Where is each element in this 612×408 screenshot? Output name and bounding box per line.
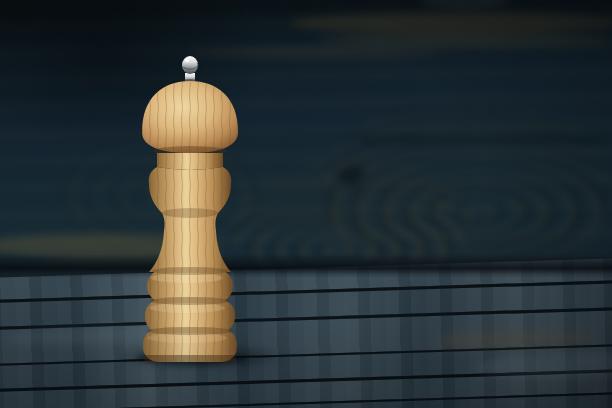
wall-wood-knot	[338, 166, 364, 186]
wall-table-junction-shadow	[0, 254, 612, 278]
wood-grain-overlay	[142, 81, 238, 362]
table-surface	[0, 258, 612, 408]
wall-plank-seam	[360, 138, 610, 142]
photo-scene	[0, 0, 612, 408]
knob-sphere	[182, 56, 198, 74]
pepper-mill	[138, 50, 242, 362]
metal-finial-knob	[182, 56, 198, 83]
knob-specular-highlight	[185, 58, 189, 62]
